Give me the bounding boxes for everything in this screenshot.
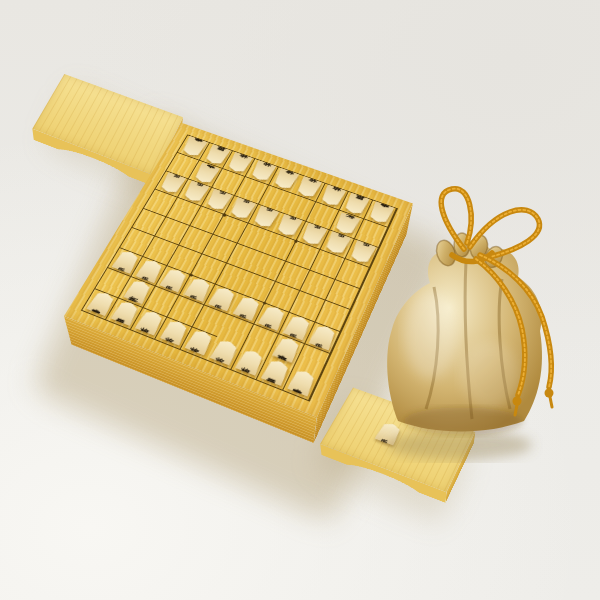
- piece-body: 飛車: [272, 335, 302, 363]
- shogi-piece-sente-p: 歩兵: [257, 304, 287, 331]
- piece-kanji: 桂馬: [121, 310, 131, 315]
- shogi-piece-sente-g: 金将: [209, 338, 240, 366]
- piece-kanji: 歩兵: [122, 259, 131, 264]
- piece-kanji: 銀将: [245, 359, 255, 364]
- piece-kanji: 歩兵: [218, 296, 228, 301]
- board-cell: [119, 277, 155, 307]
- board-cell: [95, 268, 131, 298]
- piece-kanji: 飛車: [282, 347, 292, 352]
- piece-kanji: 歩兵: [168, 181, 177, 185]
- bag-body: [387, 241, 542, 435]
- piece-body: 銀将: [235, 347, 266, 376]
- shogi-piece-sente-p: 歩兵: [208, 285, 238, 312]
- board-cell: [257, 357, 294, 390]
- shogi-piece-sente-l: 香車: [86, 290, 117, 317]
- piece-kanji: 歩兵: [293, 324, 303, 329]
- board-cell: [131, 308, 168, 339]
- piece-kanji: 歩兵: [285, 224, 294, 229]
- board-cell: [231, 347, 268, 380]
- piece-kanji: 銀将: [235, 161, 244, 165]
- hoshi-dot: [262, 301, 267, 305]
- board-cell: [192, 305, 228, 336]
- piece-kanji: 香車: [190, 145, 199, 149]
- piece-kanji: 玉将: [281, 177, 290, 181]
- shogi-piece-sente-p: 歩兵: [232, 294, 262, 321]
- piece-kanji: 桂馬: [271, 369, 281, 374]
- board-cell: [265, 282, 300, 313]
- shogi-piece-sente-p: 歩兵: [135, 258, 165, 284]
- piece-body: 歩兵: [232, 294, 262, 321]
- shogi-piece-sente-p: 歩兵: [308, 323, 338, 351]
- piece-body: 歩兵: [183, 276, 213, 302]
- piece-kanji: 香車: [297, 379, 307, 384]
- piece-kanji: 歩兵: [242, 305, 252, 310]
- board-cell: [229, 294, 265, 325]
- piece-kanji: 歩兵: [214, 198, 223, 202]
- piece-kanji: 桂馬: [352, 202, 361, 206]
- piece-kanji: 角行: [133, 289, 143, 294]
- piece-kanji: 角行: [343, 222, 352, 227]
- piece-body: 王将: [184, 328, 215, 356]
- piece-kanji: 歩兵: [237, 207, 246, 212]
- board-cell: [300, 270, 335, 300]
- shogi-piece-sente-b: 角行: [123, 278, 153, 305]
- shogi-piece-sente-p: 歩兵: [159, 267, 189, 293]
- shogi-piece-sente-g: 金将: [159, 318, 190, 346]
- board-cell: [180, 275, 216, 305]
- piece-body: 銀将: [135, 309, 166, 336]
- board-cell: [131, 257, 167, 287]
- board-cell: [294, 344, 330, 377]
- piece-kanji: 歩兵: [267, 315, 277, 320]
- board-cell: [204, 284, 240, 315]
- piece-body: 金将: [209, 338, 240, 366]
- shogi-piece-sente-l: 香車: [287, 368, 318, 397]
- shogi-set-photo: 香車桂馬銀将金将玉将金将銀将桂馬香車飛車角行歩兵歩兵歩兵歩兵歩兵歩兵歩兵歩兵歩兵…: [0, 0, 600, 600]
- board-cell: [180, 327, 217, 359]
- board-cell: [243, 325, 279, 357]
- board-cell: [290, 291, 325, 322]
- board-cell: [155, 266, 191, 296]
- shogi-piece-sente-s: 銀将: [235, 347, 266, 376]
- board-cell: [240, 273, 275, 303]
- piece-kanji: 銀将: [145, 320, 155, 325]
- piece-body: 歩兵: [159, 267, 189, 293]
- piece-body: 香車: [86, 290, 117, 317]
- piece-kanji: 歩兵: [261, 215, 270, 220]
- board-cell: [155, 317, 192, 349]
- piece-kanji: 金将: [220, 349, 230, 354]
- piece-kanji: 歩兵: [358, 250, 368, 255]
- piece-kanji: 歩兵: [193, 286, 203, 291]
- piece-body: 歩兵: [208, 285, 238, 312]
- shogi-piece-sente-p: 歩兵: [183, 276, 213, 302]
- shogi-piece-sente-n: 桂馬: [261, 358, 292, 387]
- board-cell: [82, 289, 119, 320]
- piece-bag: [368, 183, 578, 483]
- board-cell: [143, 287, 179, 318]
- board-cell: [304, 322, 340, 354]
- piece-kanji: 歩兵: [191, 190, 200, 194]
- piece-body: 歩兵: [308, 323, 338, 351]
- piece-kanji: 歩兵: [145, 268, 154, 273]
- piece-body: 歩兵: [257, 304, 287, 331]
- piece-kanji: 銀将: [328, 194, 337, 198]
- piece-kanji: 金将: [258, 169, 267, 173]
- piece-kanji: 歩兵: [169, 277, 179, 282]
- piece-body: 歩兵: [135, 258, 165, 284]
- piece-body: 金将: [159, 318, 190, 346]
- board-cell: [279, 313, 315, 345]
- shogi-piece-sente-k: 王将: [184, 328, 215, 356]
- piece-body: 桂馬: [110, 299, 141, 326]
- board-cell: [335, 259, 370, 289]
- board-cell: [268, 334, 304, 366]
- shogi-piece-sente-n: 桂馬: [110, 299, 141, 326]
- board-cell: [283, 367, 320, 401]
- board-cell: [191, 255, 226, 285]
- piece-kanji: 金将: [304, 186, 313, 190]
- piece-body: 角行: [123, 278, 153, 305]
- piece-kanji: 桂馬: [212, 153, 221, 157]
- shogi-piece-sente-r: 飛車: [272, 335, 302, 363]
- board-cell: [106, 298, 143, 329]
- piece-kanji: 飛車: [202, 171, 211, 175]
- piece-kanji: 歩兵: [318, 334, 328, 339]
- piece-kanji: 歩兵: [333, 241, 343, 246]
- piece-kanji: 金将: [170, 329, 180, 334]
- piece-body: 桂馬: [261, 358, 292, 387]
- board-cell: [168, 296, 204, 327]
- piece-body: 歩兵: [283, 313, 313, 341]
- board-cell: [315, 301, 350, 332]
- board-cell: [254, 303, 290, 334]
- piece-body: 香車: [287, 368, 318, 397]
- piece-kanji: 歩兵: [309, 232, 318, 237]
- piece-kanji: 香車: [97, 300, 107, 305]
- board-cell: [217, 315, 253, 347]
- board-cell: [325, 280, 360, 311]
- shogi-piece-sente-p: 歩兵: [283, 313, 313, 341]
- board-cell: [215, 264, 250, 294]
- hoshi-dot: [189, 273, 194, 277]
- piece-kanji: 王将: [195, 339, 205, 344]
- shogi-piece-sente-s: 銀将: [135, 309, 166, 336]
- board-cell: [206, 337, 243, 370]
- board-cell: [275, 261, 310, 291]
